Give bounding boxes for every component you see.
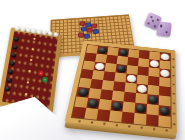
black-checker-column — [4, 37, 19, 92]
white-piece[interactable] — [95, 62, 105, 70]
black-checker[interactable] — [10, 52, 16, 58]
white-piece[interactable] — [160, 69, 169, 77]
die-pip — [153, 24, 156, 27]
black-piece[interactable] — [87, 99, 98, 108]
die-pip — [156, 18, 159, 21]
white-checker[interactable] — [53, 32, 59, 37]
black-checker[interactable] — [4, 86, 10, 92]
square-r8c5[interactable] — [121, 112, 134, 124]
square-r8c6[interactable] — [134, 113, 147, 125]
checkers-grid — [71, 44, 172, 128]
black-piece[interactable] — [136, 104, 146, 114]
black-piece[interactable] — [78, 88, 89, 97]
black-piece[interactable] — [116, 65, 126, 73]
red-die[interactable] — [38, 70, 44, 76]
die-pip — [165, 31, 167, 33]
die-pip — [160, 25, 162, 27]
checkers-board[interactable] — [63, 41, 177, 140]
square-r8c8[interactable] — [158, 115, 170, 127]
green-die[interactable] — [42, 77, 47, 82]
game-tile[interactable] — [92, 28, 99, 34]
black-piece[interactable] — [98, 47, 108, 54]
black-checker[interactable] — [12, 44, 18, 50]
white-piece[interactable] — [137, 84, 147, 93]
black-checker[interactable] — [9, 61, 15, 67]
black-piece[interactable] — [148, 95, 158, 104]
dice-pair — [144, 13, 176, 45]
black-checker[interactable] — [6, 77, 12, 83]
checkers-frame — [64, 41, 177, 134]
black-checker[interactable] — [7, 69, 13, 75]
white-piece[interactable] — [161, 53, 170, 60]
black-checker[interactable] — [13, 37, 19, 42]
black-piece[interactable] — [119, 49, 128, 56]
square-r8c7[interactable] — [146, 114, 159, 126]
white-checker[interactable] — [20, 27, 26, 32]
die-pip — [152, 20, 155, 23]
black-piece[interactable] — [112, 101, 123, 111]
die-pip — [147, 21, 150, 24]
die-pip — [150, 15, 153, 18]
white-checker[interactable] — [47, 31, 53, 36]
white-piece[interactable] — [150, 60, 159, 68]
white-checker[interactable] — [42, 30, 48, 35]
backgammon-bar — [22, 33, 37, 106]
white-piece[interactable] — [127, 74, 137, 82]
game-tile[interactable] — [83, 33, 90, 39]
backgammon-field — [2, 31, 58, 108]
game-set-photo — [0, 0, 185, 140]
black-piece[interactable] — [160, 106, 170, 116]
